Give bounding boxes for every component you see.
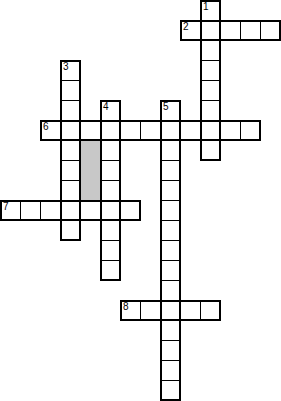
cell-c12-r1[interactable] bbox=[240, 20, 261, 41]
cell-c3-r7[interactable] bbox=[60, 140, 81, 161]
cell-c10-r3[interactable] bbox=[200, 60, 221, 81]
cell-c7-r15[interactable] bbox=[140, 300, 161, 321]
cell-c8-r6[interactable] bbox=[160, 120, 181, 141]
cell-c12-r6[interactable] bbox=[240, 120, 261, 141]
cell-c8-r17[interactable] bbox=[160, 340, 181, 361]
cell-c8-r5[interactable] bbox=[160, 100, 181, 121]
cell-c8-r8[interactable] bbox=[160, 160, 181, 181]
cell-c8-r7[interactable] bbox=[160, 140, 181, 161]
cell-c13-r1[interactable] bbox=[260, 20, 281, 41]
cell-c8-r18[interactable] bbox=[160, 360, 181, 381]
cell-c6-r15[interactable] bbox=[120, 300, 141, 321]
cell-c10-r6[interactable] bbox=[200, 120, 221, 141]
cell-c10-r4[interactable] bbox=[200, 80, 221, 101]
cell-c10-r0[interactable] bbox=[200, 0, 221, 21]
cell-c10-r7[interactable] bbox=[200, 140, 221, 161]
cell-c7-r6[interactable] bbox=[140, 120, 161, 141]
cell-c5-r7[interactable] bbox=[100, 140, 121, 161]
cell-c5-r13[interactable] bbox=[100, 260, 121, 281]
cell-c5-r12[interactable] bbox=[100, 240, 121, 261]
cell-c5-r5[interactable] bbox=[100, 100, 121, 121]
cell-c9-r1[interactable] bbox=[180, 20, 201, 41]
cell-c5-r9[interactable] bbox=[100, 180, 121, 201]
cell-c1-r10[interactable] bbox=[20, 200, 41, 221]
crossword-board: 12345678 bbox=[0, 0, 281, 401]
cell-c10-r15[interactable] bbox=[200, 300, 221, 321]
cell-c9-r6[interactable] bbox=[180, 120, 201, 141]
cell-c3-r11[interactable] bbox=[60, 220, 81, 241]
cell-c5-r10[interactable] bbox=[100, 200, 121, 221]
shaded-answer-cells[interactable] bbox=[80, 140, 101, 201]
cell-c9-r15[interactable] bbox=[180, 300, 201, 321]
cell-c11-r1[interactable] bbox=[220, 20, 241, 41]
cell-c10-r5[interactable] bbox=[200, 100, 221, 121]
cell-c8-r10[interactable] bbox=[160, 200, 181, 221]
cell-c3-r8[interactable] bbox=[60, 160, 81, 181]
cell-c8-r9[interactable] bbox=[160, 180, 181, 201]
cell-c4-r6[interactable] bbox=[80, 120, 101, 141]
cell-c8-r15[interactable] bbox=[160, 300, 181, 321]
cell-c5-r6[interactable] bbox=[100, 120, 121, 141]
cell-c8-r16[interactable] bbox=[160, 320, 181, 341]
cell-c8-r13[interactable] bbox=[160, 260, 181, 281]
cell-c10-r1[interactable] bbox=[200, 20, 221, 41]
cell-c11-r6[interactable] bbox=[220, 120, 241, 141]
cell-c2-r6[interactable] bbox=[40, 120, 61, 141]
cell-c3-r9[interactable] bbox=[60, 180, 81, 201]
cell-c10-r2[interactable] bbox=[200, 40, 221, 61]
cell-c8-r11[interactable] bbox=[160, 220, 181, 241]
cell-c3-r3[interactable] bbox=[60, 60, 81, 81]
cell-c8-r12[interactable] bbox=[160, 240, 181, 261]
cell-c0-r10[interactable] bbox=[0, 200, 21, 221]
cell-c2-r10[interactable] bbox=[40, 200, 61, 221]
cell-c5-r11[interactable] bbox=[100, 220, 121, 241]
cell-c3-r4[interactable] bbox=[60, 80, 81, 101]
cell-c3-r6[interactable] bbox=[60, 120, 81, 141]
cell-c6-r6[interactable] bbox=[120, 120, 141, 141]
cell-c3-r5[interactable] bbox=[60, 100, 81, 121]
cell-c8-r14[interactable] bbox=[160, 280, 181, 301]
cell-c3-r10[interactable] bbox=[60, 200, 81, 221]
cell-c6-r10[interactable] bbox=[120, 200, 141, 221]
cell-c5-r8[interactable] bbox=[100, 160, 121, 181]
cell-c8-r19[interactable] bbox=[160, 380, 181, 401]
cell-c4-r10[interactable] bbox=[80, 200, 101, 221]
